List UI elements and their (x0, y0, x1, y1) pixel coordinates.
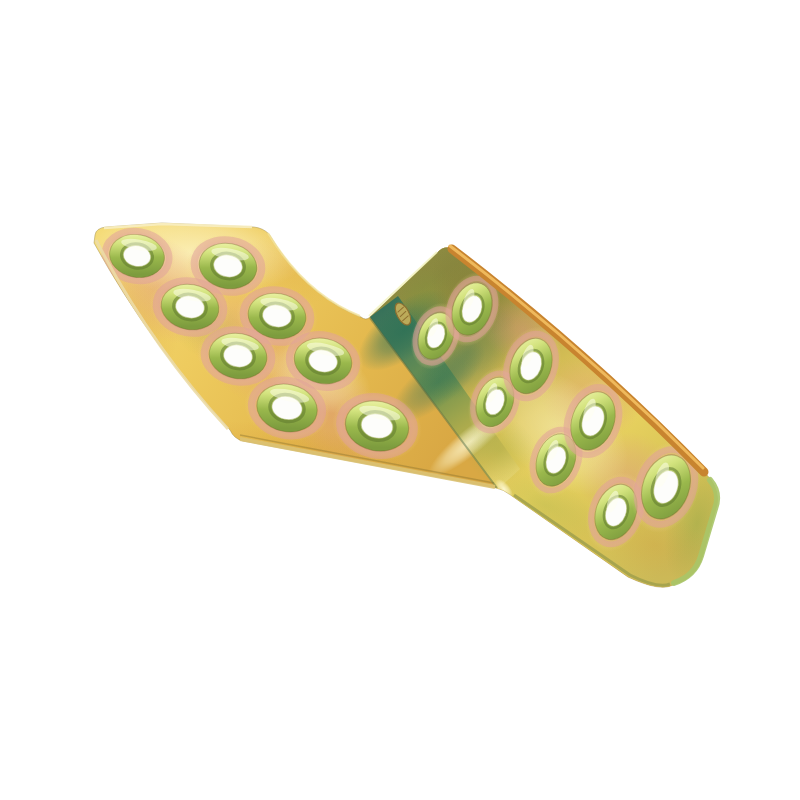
bracket-photo-svg (0, 0, 800, 800)
product-photo (0, 0, 800, 800)
